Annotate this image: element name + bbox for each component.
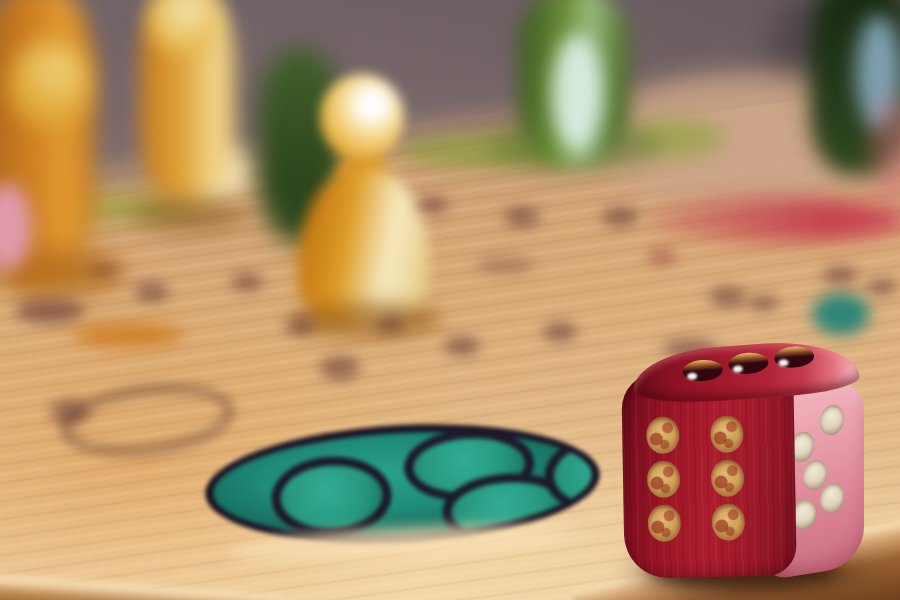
die-pip [710, 459, 744, 497]
pawn-yellow-center-head [320, 74, 404, 160]
pawn-yellow-upper-left-base-shadow [132, 198, 247, 232]
die-face-six [621, 371, 797, 579]
pawn-yellow-center-base-shadow [292, 302, 442, 338]
board-track-spot [504, 207, 540, 227]
teal-spot-right-edge [812, 293, 870, 335]
red-die [615, 345, 870, 590]
board-track-spot [709, 287, 747, 307]
die-pip [711, 503, 745, 541]
board-track-spot [90, 262, 120, 278]
board-track-spot [822, 266, 858, 284]
home-circle [270, 454, 394, 540]
board-track-spot [285, 317, 315, 335]
board-track-spot [543, 322, 577, 342]
board-track-spot [867, 279, 897, 295]
pawn-yellow-far-left-head [10, 40, 90, 128]
red-streak-mark [648, 198, 900, 242]
board-track-spot [444, 336, 480, 356]
board-track-spot [749, 295, 779, 311]
orange-grain-streak [72, 323, 184, 347]
die-pip-top [773, 345, 814, 369]
board-track-spot [375, 317, 405, 333]
die-pip [803, 458, 827, 492]
pawn-green-center-highlight [552, 35, 602, 150]
die-pip-top [682, 359, 723, 383]
board-track-spot [418, 197, 448, 213]
die-pip [645, 416, 679, 454]
die-pip [820, 403, 844, 437]
die-pip [647, 504, 681, 542]
board-track-spot [231, 273, 263, 291]
photo-ludo-board-scene [0, 0, 900, 600]
die-pip-top [728, 351, 769, 375]
board-track-spot [647, 249, 677, 265]
board-track-spot [15, 298, 85, 324]
board-track-spot [320, 356, 360, 380]
board-track-spot [135, 282, 169, 302]
die-pip [646, 460, 680, 498]
board-track-spot [602, 207, 638, 227]
die-pip [820, 481, 844, 515]
die-pip [709, 415, 743, 453]
board-track-spot [475, 256, 535, 274]
